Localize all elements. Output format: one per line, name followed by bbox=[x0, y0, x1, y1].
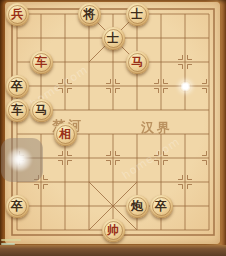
xiangqi-piece-black[interactable]: 马 bbox=[30, 99, 53, 122]
piece-character: 马 bbox=[131, 56, 143, 68]
piece-character: 车 bbox=[11, 104, 23, 116]
piece-character: 卒 bbox=[11, 200, 23, 212]
board-frame-bottom bbox=[0, 245, 226, 256]
piece-character: 车 bbox=[35, 56, 47, 68]
piece-character: 帅 bbox=[107, 224, 119, 236]
piece-character: 兵 bbox=[11, 8, 23, 20]
pieces-grid: 兵将士士车马卒车马相卒炮卒帅 bbox=[5, 2, 221, 242]
xiangqi-piece-black[interactable]: 车 bbox=[6, 99, 29, 122]
piece-character: 卒 bbox=[155, 200, 167, 212]
xiangqi-piece-black[interactable]: 卒 bbox=[6, 75, 29, 98]
xiangqi-piece-black[interactable]: 卒 bbox=[6, 195, 29, 218]
xiangqi-piece-red[interactable]: 帅 bbox=[102, 219, 125, 242]
xiangqi-piece-black[interactable]: 炮 bbox=[126, 195, 149, 218]
piece-character: 士 bbox=[131, 8, 143, 20]
xiangqi-piece-red[interactable]: 相 bbox=[54, 123, 77, 146]
piece-character: 卒 bbox=[11, 80, 23, 92]
xiangqi-piece-black[interactable]: 士 bbox=[126, 3, 149, 26]
xiangqi-piece-black[interactable]: 将 bbox=[78, 3, 101, 26]
xiangqi-piece-red[interactable]: 车 bbox=[30, 51, 53, 74]
piece-character: 马 bbox=[35, 104, 47, 116]
piece-character: 炮 bbox=[131, 200, 143, 212]
piece-character: 相 bbox=[59, 128, 71, 140]
touch-indicator bbox=[1, 138, 43, 182]
xiangqi-game-screen: 楚河 汉界 home.com home.com 兵将士士车马卒车马相卒炮卒帅 bbox=[0, 0, 226, 256]
piece-character: 士 bbox=[107, 32, 119, 44]
piece-character: 将 bbox=[83, 8, 95, 20]
xiangqi-piece-red[interactable]: 马 bbox=[126, 51, 149, 74]
xiangqi-piece-red[interactable]: 兵 bbox=[6, 3, 29, 26]
xiangqi-piece-black[interactable]: 卒 bbox=[150, 195, 173, 218]
move-hint-dot[interactable] bbox=[180, 81, 191, 92]
xiangqi-piece-black[interactable]: 士 bbox=[102, 27, 125, 50]
